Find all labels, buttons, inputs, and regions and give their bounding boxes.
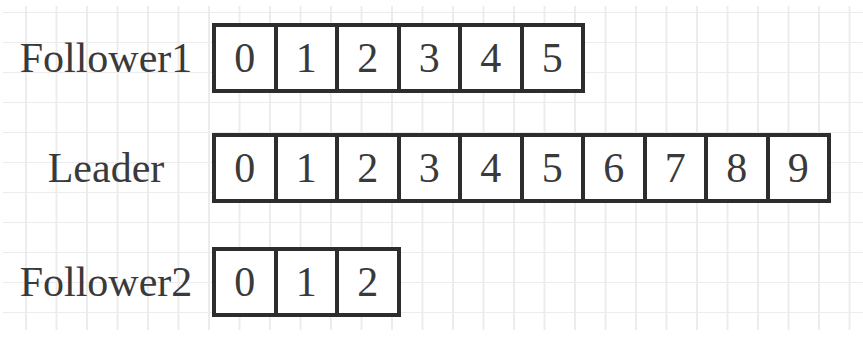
follower1-log-cell-3: 3 — [401, 27, 463, 89]
leader-log-cell-8: 8 — [708, 137, 770, 199]
follower1-log-cell-5: 5 — [524, 27, 582, 89]
follower1-log-cell-4: 4 — [462, 27, 524, 89]
follower2-log-cell-2: 2 — [339, 251, 397, 313]
leader-log-cell-6: 6 — [585, 137, 647, 199]
leader-log-cell-5: 5 — [524, 137, 586, 199]
leader-log-cell-1: 1 — [278, 137, 340, 199]
follower2-row: Follower2012 — [0, 247, 401, 317]
follower1-label: Follower1 — [0, 23, 212, 93]
leader-log-cell-9: 9 — [770, 137, 828, 199]
follower1-log-cell-0: 0 — [216, 27, 278, 89]
leader-log-cell-0: 0 — [216, 137, 278, 199]
follower2-log-cell-1: 1 — [278, 251, 340, 313]
leader-log-cells: 0123456789 — [212, 133, 831, 203]
leader-log-cell-2: 2 — [339, 137, 401, 199]
leader-log-cell-3: 3 — [401, 137, 463, 199]
follower1-log-cell-2: 2 — [339, 27, 401, 89]
follower2-log-cells: 012 — [212, 247, 401, 317]
leader-row: Leader0123456789 — [0, 133, 831, 203]
follower2-log-cell-0: 0 — [216, 251, 278, 313]
leader-log-cell-7: 7 — [647, 137, 709, 199]
follower1-log-cell-1: 1 — [278, 27, 340, 89]
diagram-canvas: Follower1012345Leader0123456789Follower2… — [0, 0, 863, 351]
follower1-log-cells: 012345 — [212, 23, 585, 93]
leader-label: Leader — [0, 133, 212, 203]
follower1-row: Follower1012345 — [0, 23, 585, 93]
leader-log-cell-4: 4 — [462, 137, 524, 199]
follower2-label: Follower2 — [0, 247, 212, 317]
